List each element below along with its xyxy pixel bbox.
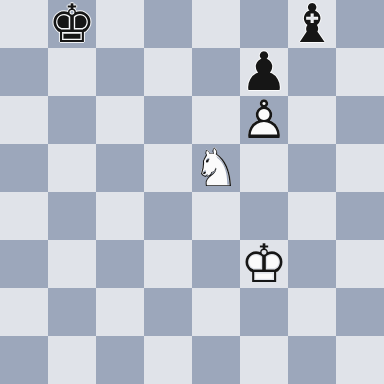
square-e7[interactable] bbox=[192, 48, 240, 96]
square-a6[interactable] bbox=[0, 96, 48, 144]
square-e2[interactable] bbox=[192, 288, 240, 336]
square-b5[interactable] bbox=[48, 144, 96, 192]
white-pawn-glyph-outline: ♙ bbox=[240, 95, 288, 143]
square-h2[interactable] bbox=[336, 288, 384, 336]
black-bishop-glyph-fill: ♝ bbox=[288, 0, 336, 47]
black-pawn[interactable]: ♟ bbox=[240, 48, 288, 96]
black-king-glyph-fill: ♚ bbox=[48, 0, 96, 47]
square-a8[interactable] bbox=[0, 0, 48, 48]
square-b1[interactable] bbox=[48, 336, 96, 384]
square-c4[interactable] bbox=[96, 192, 144, 240]
square-e6[interactable] bbox=[192, 96, 240, 144]
white-knight-glyph-fill: ♞ bbox=[192, 143, 240, 191]
black-king[interactable]: ♚ bbox=[48, 0, 96, 48]
square-b3[interactable] bbox=[48, 240, 96, 288]
square-e3[interactable] bbox=[192, 240, 240, 288]
square-e4[interactable] bbox=[192, 192, 240, 240]
square-f3[interactable]: ♚♔ bbox=[240, 240, 288, 288]
square-d5[interactable] bbox=[144, 144, 192, 192]
white-king[interactable]: ♚♔ bbox=[240, 240, 288, 288]
square-e5[interactable]: ♞♘ bbox=[192, 144, 240, 192]
white-pawn[interactable]: ♟♙ bbox=[240, 96, 288, 144]
square-a1[interactable] bbox=[0, 336, 48, 384]
white-knight-glyph-outline: ♘ bbox=[192, 143, 240, 191]
square-g2[interactable] bbox=[288, 288, 336, 336]
square-d8[interactable] bbox=[144, 0, 192, 48]
square-f4[interactable] bbox=[240, 192, 288, 240]
square-b2[interactable] bbox=[48, 288, 96, 336]
square-e8[interactable] bbox=[192, 0, 240, 48]
square-h4[interactable] bbox=[336, 192, 384, 240]
white-king-glyph-fill: ♚ bbox=[240, 239, 288, 287]
square-e1[interactable] bbox=[192, 336, 240, 384]
square-c7[interactable] bbox=[96, 48, 144, 96]
square-d4[interactable] bbox=[144, 192, 192, 240]
square-g7[interactable] bbox=[288, 48, 336, 96]
square-c8[interactable] bbox=[96, 0, 144, 48]
square-c5[interactable] bbox=[96, 144, 144, 192]
square-g3[interactable] bbox=[288, 240, 336, 288]
square-g5[interactable] bbox=[288, 144, 336, 192]
square-f1[interactable] bbox=[240, 336, 288, 384]
chessboard-screenshot: ♚♝♟♟♙♞♘♚♔ bbox=[0, 0, 384, 384]
square-f5[interactable] bbox=[240, 144, 288, 192]
square-b7[interactable] bbox=[48, 48, 96, 96]
square-h3[interactable] bbox=[336, 240, 384, 288]
black-pawn-glyph-fill: ♟ bbox=[240, 47, 288, 95]
square-f6[interactable]: ♟♙ bbox=[240, 96, 288, 144]
square-b6[interactable] bbox=[48, 96, 96, 144]
square-h7[interactable] bbox=[336, 48, 384, 96]
square-a4[interactable] bbox=[0, 192, 48, 240]
white-king-glyph-outline: ♔ bbox=[240, 239, 288, 287]
square-g6[interactable] bbox=[288, 96, 336, 144]
square-g1[interactable] bbox=[288, 336, 336, 384]
square-a2[interactable] bbox=[0, 288, 48, 336]
square-h5[interactable] bbox=[336, 144, 384, 192]
square-h6[interactable] bbox=[336, 96, 384, 144]
square-d6[interactable] bbox=[144, 96, 192, 144]
white-knight[interactable]: ♞♘ bbox=[192, 144, 240, 192]
square-h8[interactable] bbox=[336, 0, 384, 48]
square-c6[interactable] bbox=[96, 96, 144, 144]
square-g8[interactable]: ♝ bbox=[288, 0, 336, 48]
square-h1[interactable] bbox=[336, 336, 384, 384]
square-b8[interactable]: ♚ bbox=[48, 0, 96, 48]
square-d1[interactable] bbox=[144, 336, 192, 384]
black-bishop[interactable]: ♝ bbox=[288, 0, 336, 48]
square-a3[interactable] bbox=[0, 240, 48, 288]
square-d3[interactable] bbox=[144, 240, 192, 288]
square-a5[interactable] bbox=[0, 144, 48, 192]
square-f7[interactable]: ♟ bbox=[240, 48, 288, 96]
square-c1[interactable] bbox=[96, 336, 144, 384]
square-c3[interactable] bbox=[96, 240, 144, 288]
square-c2[interactable] bbox=[96, 288, 144, 336]
white-pawn-glyph-fill: ♟ bbox=[240, 95, 288, 143]
square-d7[interactable] bbox=[144, 48, 192, 96]
chess-board: ♚♝♟♟♙♞♘♚♔ bbox=[0, 0, 384, 384]
square-g4[interactable] bbox=[288, 192, 336, 240]
square-b4[interactable] bbox=[48, 192, 96, 240]
square-f2[interactable] bbox=[240, 288, 288, 336]
square-a7[interactable] bbox=[0, 48, 48, 96]
square-d2[interactable] bbox=[144, 288, 192, 336]
square-f8[interactable] bbox=[240, 0, 288, 48]
